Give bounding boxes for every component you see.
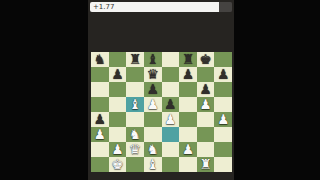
square-h1[interactable]	[214, 157, 232, 172]
square-g4[interactable]	[197, 112, 215, 127]
piece-black-pawn: ♟	[111, 67, 123, 81]
letterbox-right	[234, 0, 320, 180]
piece-white-pawn: ♟	[94, 127, 106, 141]
square-c7[interactable]	[126, 67, 144, 82]
square-a7[interactable]	[91, 67, 109, 82]
square-b7[interactable]: ♟	[109, 67, 127, 82]
square-c8[interactable]: ♜	[126, 52, 144, 67]
square-b6[interactable]	[109, 82, 127, 97]
square-a2[interactable]	[91, 142, 109, 157]
square-h3[interactable]	[214, 127, 232, 142]
chess-board: ♞♜♝♜♚♟♛♟♟♟♟♝♟♟♟♟♟♟♟♞♟♛♞♟♚♝♜	[91, 52, 232, 172]
square-b5[interactable]	[109, 97, 127, 112]
piece-black-pawn: ♟	[200, 82, 212, 96]
square-a6[interactable]	[91, 82, 109, 97]
letterbox-left	[0, 0, 88, 180]
square-h2[interactable]	[214, 142, 232, 157]
eval-score-label: +1.77	[90, 2, 114, 12]
square-g8[interactable]: ♚	[197, 52, 215, 67]
eval-white-section: +1.77	[90, 2, 219, 12]
piece-white-pawn: ♟	[217, 112, 229, 126]
piece-white-knight: ♞	[147, 142, 159, 156]
square-e1[interactable]	[162, 157, 180, 172]
square-d4[interactable]	[144, 112, 162, 127]
piece-white-pawn: ♟	[200, 97, 212, 111]
piece-white-bishop: ♝	[147, 157, 159, 171]
square-a8[interactable]: ♞	[91, 52, 109, 67]
square-g1[interactable]: ♜	[197, 157, 215, 172]
piece-white-bishop: ♝	[129, 97, 141, 111]
eval-black-section	[219, 2, 232, 12]
piece-black-pawn: ♟	[182, 67, 194, 81]
square-f7[interactable]: ♟	[179, 67, 197, 82]
piece-white-rook: ♜	[200, 157, 212, 171]
piece-black-pawn: ♟	[94, 112, 106, 126]
square-f5[interactable]	[179, 97, 197, 112]
square-g5[interactable]: ♟	[197, 97, 215, 112]
square-e4[interactable]: ♟	[162, 112, 180, 127]
piece-white-pawn: ♟	[111, 142, 123, 156]
square-a1[interactable]	[91, 157, 109, 172]
piece-black-king: ♚	[200, 52, 212, 66]
square-h6[interactable]	[214, 82, 232, 97]
piece-black-rook: ♜	[129, 52, 141, 66]
square-a3[interactable]: ♟	[91, 127, 109, 142]
video-content-area: +1.77 ♞♜♝♜♚♟♛♟♟♟♟♝♟♟♟♟♟♟♟♞♟♛♞♟♚♝♜	[88, 0, 234, 180]
piece-black-queen: ♛	[147, 67, 159, 81]
piece-white-knight: ♞	[129, 127, 141, 141]
square-e7[interactable]	[162, 67, 180, 82]
square-f2[interactable]: ♟	[179, 142, 197, 157]
square-b4[interactable]	[109, 112, 127, 127]
square-c2[interactable]: ♛	[126, 142, 144, 157]
square-d5[interactable]: ♟	[144, 97, 162, 112]
piece-white-pawn: ♟	[182, 142, 194, 156]
square-h7[interactable]: ♟	[214, 67, 232, 82]
square-e8[interactable]	[162, 52, 180, 67]
piece-black-pawn: ♟	[217, 67, 229, 81]
square-g3[interactable]	[197, 127, 215, 142]
square-f4[interactable]	[179, 112, 197, 127]
piece-white-king: ♚	[111, 157, 123, 171]
piece-black-knight: ♞	[94, 52, 106, 66]
piece-black-pawn: ♟	[147, 82, 159, 96]
square-f6[interactable]	[179, 82, 197, 97]
square-e2[interactable]	[162, 142, 180, 157]
piece-white-pawn: ♟	[147, 97, 159, 111]
piece-black-rook: ♜	[182, 52, 194, 66]
square-c1[interactable]	[126, 157, 144, 172]
square-b1[interactable]: ♚	[109, 157, 127, 172]
piece-black-bishop: ♝	[147, 52, 159, 66]
piece-black-pawn: ♟	[164, 97, 176, 111]
square-c5[interactable]: ♝	[126, 97, 144, 112]
evaluation-bar: +1.77	[90, 2, 232, 12]
piece-white-pawn: ♟	[164, 112, 176, 126]
square-h4[interactable]: ♟	[214, 112, 232, 127]
piece-white-queen: ♛	[129, 142, 141, 156]
square-d1[interactable]: ♝	[144, 157, 162, 172]
square-e3[interactable]	[162, 127, 180, 142]
square-f1[interactable]	[179, 157, 197, 172]
